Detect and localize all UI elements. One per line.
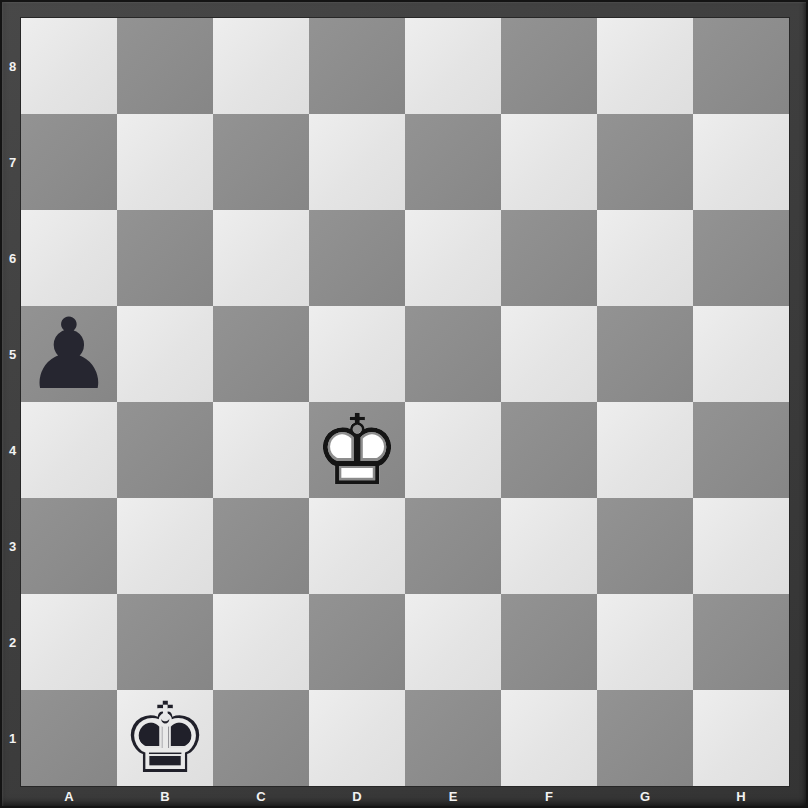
square-h4[interactable]	[693, 402, 789, 498]
rank-label-2: 2	[4, 594, 21, 690]
square-e7[interactable]	[405, 114, 501, 210]
square-h3[interactable]	[693, 498, 789, 594]
square-b6[interactable]	[117, 210, 213, 306]
square-e8[interactable]	[405, 18, 501, 114]
square-a1[interactable]	[21, 690, 117, 786]
file-label-e: E	[405, 786, 501, 807]
black-king[interactable]: ♚♔	[117, 690, 213, 786]
square-d5[interactable]	[309, 306, 405, 402]
rank-label-5: 5	[4, 306, 21, 402]
square-h1[interactable]	[693, 690, 789, 786]
square-f1[interactable]	[501, 690, 597, 786]
square-a7[interactable]	[21, 114, 117, 210]
rank-label-3: 3	[4, 498, 21, 594]
file-label-d: D	[309, 786, 405, 807]
square-f2[interactable]	[501, 594, 597, 690]
square-b3[interactable]	[117, 498, 213, 594]
square-d3[interactable]	[309, 498, 405, 594]
square-h7[interactable]	[693, 114, 789, 210]
square-d1[interactable]	[309, 690, 405, 786]
rank-labels: 87654321	[4, 18, 21, 786]
square-d7[interactable]	[309, 114, 405, 210]
white-king[interactable]: ♚♔	[309, 402, 405, 498]
rank-label-8: 8	[4, 18, 21, 114]
square-a6[interactable]	[21, 210, 117, 306]
square-c4[interactable]	[213, 402, 309, 498]
square-h2[interactable]	[693, 594, 789, 690]
square-g7[interactable]	[597, 114, 693, 210]
rank-label-4: 4	[4, 402, 21, 498]
square-b1[interactable]: ♚♔	[117, 690, 213, 786]
square-a3[interactable]	[21, 498, 117, 594]
file-label-g: G	[597, 786, 693, 807]
square-f4[interactable]	[501, 402, 597, 498]
square-c6[interactable]	[213, 210, 309, 306]
square-a2[interactable]	[21, 594, 117, 690]
square-e6[interactable]	[405, 210, 501, 306]
square-a4[interactable]	[21, 402, 117, 498]
square-h5[interactable]	[693, 306, 789, 402]
square-b5[interactable]	[117, 306, 213, 402]
square-g1[interactable]	[597, 690, 693, 786]
square-c3[interactable]	[213, 498, 309, 594]
square-g3[interactable]	[597, 498, 693, 594]
black-pawn[interactable]: ♟	[21, 306, 117, 402]
square-d2[interactable]	[309, 594, 405, 690]
square-a8[interactable]	[21, 18, 117, 114]
square-d8[interactable]	[309, 18, 405, 114]
square-d6[interactable]	[309, 210, 405, 306]
square-g6[interactable]	[597, 210, 693, 306]
rank-label-6: 6	[4, 210, 21, 306]
square-g8[interactable]	[597, 18, 693, 114]
square-b7[interactable]	[117, 114, 213, 210]
square-b8[interactable]	[117, 18, 213, 114]
square-b4[interactable]	[117, 402, 213, 498]
square-g4[interactable]	[597, 402, 693, 498]
square-d4[interactable]: ♚♔	[309, 402, 405, 498]
file-labels: ABCDEFGH	[21, 786, 789, 807]
board-frame: 87654321 ♟♚♔♚♔ ABCDEFGH	[0, 0, 808, 808]
square-e1[interactable]	[405, 690, 501, 786]
square-c7[interactable]	[213, 114, 309, 210]
square-h6[interactable]	[693, 210, 789, 306]
square-h8[interactable]	[693, 18, 789, 114]
square-f7[interactable]	[501, 114, 597, 210]
file-label-f: F	[501, 786, 597, 807]
square-f5[interactable]	[501, 306, 597, 402]
square-a5[interactable]: ♟	[21, 306, 117, 402]
square-f8[interactable]	[501, 18, 597, 114]
rank-label-1: 1	[4, 690, 21, 786]
square-e5[interactable]	[405, 306, 501, 402]
square-f3[interactable]	[501, 498, 597, 594]
square-g2[interactable]	[597, 594, 693, 690]
file-label-a: A	[21, 786, 117, 807]
square-b2[interactable]	[117, 594, 213, 690]
file-label-h: H	[693, 786, 789, 807]
board: ♟♚♔♚♔	[21, 18, 789, 786]
file-label-c: C	[213, 786, 309, 807]
square-c5[interactable]	[213, 306, 309, 402]
square-e2[interactable]	[405, 594, 501, 690]
square-e3[interactable]	[405, 498, 501, 594]
square-c8[interactable]	[213, 18, 309, 114]
file-label-b: B	[117, 786, 213, 807]
square-c2[interactable]	[213, 594, 309, 690]
rank-label-7: 7	[4, 114, 21, 210]
square-e4[interactable]	[405, 402, 501, 498]
square-g5[interactable]	[597, 306, 693, 402]
square-f6[interactable]	[501, 210, 597, 306]
square-c1[interactable]	[213, 690, 309, 786]
